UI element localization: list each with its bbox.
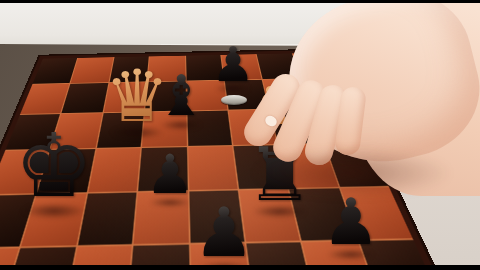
coin (221, 95, 247, 105)
pieces-layer: ♟♛♝♟♚♟♜♟♟ (0, 0, 480, 270)
video-frame: ♟♛♝♟♚♟♜♟♟ (0, 0, 480, 270)
piece-black-pawn-e3[interactable]: ♟ (194, 199, 255, 267)
piece-black-pawn-g3[interactable]: ♟ (322, 190, 379, 254)
letterbox-bottom (0, 265, 480, 270)
piece-black-bishop-d6[interactable]: ♝ (156, 68, 206, 124)
piece-black-king-b4[interactable]: ♚ (15, 122, 94, 210)
piece-black-pawn-d4[interactable]: ♟ (146, 148, 194, 202)
piece-white-pawn-f6[interactable]: ♟ (247, 80, 294, 132)
letterbox-top (0, 0, 480, 3)
piece-black-rook-f4[interactable]: ♜ (247, 137, 313, 211)
